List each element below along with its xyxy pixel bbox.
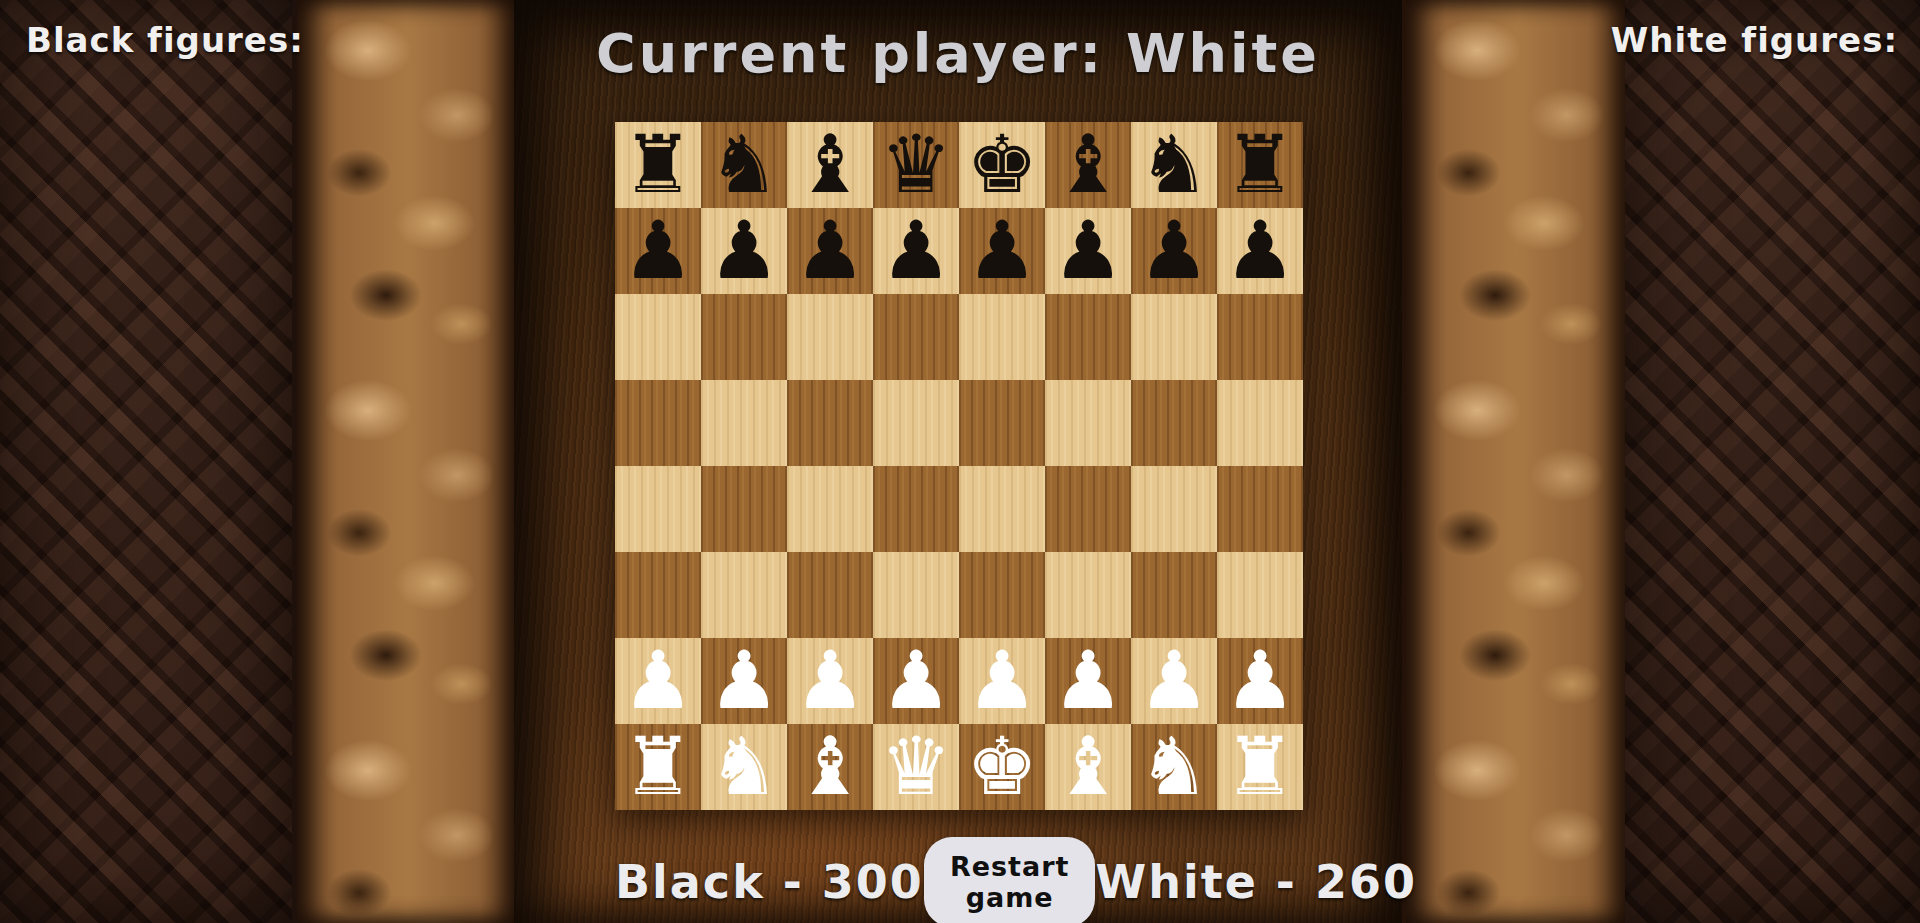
square-h5[interactable] bbox=[1217, 380, 1303, 466]
square-d3[interactable] bbox=[873, 552, 959, 638]
black-rook[interactable]: ♜ bbox=[1217, 122, 1303, 208]
white-bishop[interactable]: ♝ bbox=[787, 724, 873, 810]
square-a7[interactable]: ♟ bbox=[615, 208, 701, 294]
black-queen[interactable]: ♛ bbox=[873, 122, 959, 208]
white-pawn[interactable]: ♟ bbox=[701, 638, 787, 724]
square-f2[interactable]: ♟ bbox=[1045, 638, 1131, 724]
black-pawn[interactable]: ♟ bbox=[1217, 208, 1303, 294]
square-e7[interactable]: ♟ bbox=[959, 208, 1045, 294]
square-e5[interactable] bbox=[959, 380, 1045, 466]
square-h3[interactable] bbox=[1217, 552, 1303, 638]
black-bishop[interactable]: ♝ bbox=[787, 122, 873, 208]
square-a4[interactable] bbox=[615, 466, 701, 552]
left-ornament-panel bbox=[0, 0, 292, 923]
square-g8[interactable]: ♞ bbox=[1131, 122, 1217, 208]
square-b2[interactable]: ♟ bbox=[701, 638, 787, 724]
white-figures-label: White figures: bbox=[1611, 20, 1898, 60]
black-score: Black - 300 bbox=[615, 855, 924, 909]
square-g4[interactable] bbox=[1131, 466, 1217, 552]
square-d7[interactable]: ♟ bbox=[873, 208, 959, 294]
square-b6[interactable] bbox=[701, 294, 787, 380]
square-h8[interactable]: ♜ bbox=[1217, 122, 1303, 208]
white-queen[interactable]: ♛ bbox=[873, 724, 959, 810]
white-rook[interactable]: ♜ bbox=[615, 724, 701, 810]
square-a5[interactable] bbox=[615, 380, 701, 466]
white-pawn[interactable]: ♟ bbox=[959, 638, 1045, 724]
square-a2[interactable]: ♟ bbox=[615, 638, 701, 724]
square-c2[interactable]: ♟ bbox=[787, 638, 873, 724]
black-knight[interactable]: ♞ bbox=[1131, 122, 1217, 208]
square-c6[interactable] bbox=[787, 294, 873, 380]
square-c1[interactable]: ♝ bbox=[787, 724, 873, 810]
black-knight[interactable]: ♞ bbox=[701, 122, 787, 208]
black-pawn[interactable]: ♟ bbox=[701, 208, 787, 294]
square-h1[interactable]: ♜ bbox=[1217, 724, 1303, 810]
square-g5[interactable] bbox=[1131, 380, 1217, 466]
square-b8[interactable]: ♞ bbox=[701, 122, 787, 208]
square-f3[interactable] bbox=[1045, 552, 1131, 638]
square-e6[interactable] bbox=[959, 294, 1045, 380]
black-pawn[interactable]: ♟ bbox=[1131, 208, 1217, 294]
square-c4[interactable] bbox=[787, 466, 873, 552]
square-h6[interactable] bbox=[1217, 294, 1303, 380]
square-h7[interactable]: ♟ bbox=[1217, 208, 1303, 294]
left-carved-column bbox=[292, 0, 523, 923]
square-e4[interactable] bbox=[959, 466, 1045, 552]
restart-game-button[interactable]: Restart game bbox=[924, 837, 1096, 923]
black-bishop[interactable]: ♝ bbox=[1045, 122, 1131, 208]
square-g6[interactable] bbox=[1131, 294, 1217, 380]
white-pawn[interactable]: ♟ bbox=[787, 638, 873, 724]
square-f7[interactable]: ♟ bbox=[1045, 208, 1131, 294]
white-pawn[interactable]: ♟ bbox=[1131, 638, 1217, 724]
square-g2[interactable]: ♟ bbox=[1131, 638, 1217, 724]
white-score: White - 260 bbox=[1095, 855, 1417, 909]
white-pawn[interactable]: ♟ bbox=[1045, 638, 1131, 724]
square-e3[interactable] bbox=[959, 552, 1045, 638]
square-d2[interactable]: ♟ bbox=[873, 638, 959, 724]
square-e1[interactable]: ♚ bbox=[959, 724, 1045, 810]
white-pawn[interactable]: ♟ bbox=[873, 638, 959, 724]
black-pawn[interactable]: ♟ bbox=[959, 208, 1045, 294]
white-knight[interactable]: ♞ bbox=[701, 724, 787, 810]
square-c5[interactable] bbox=[787, 380, 873, 466]
square-a1[interactable]: ♜ bbox=[615, 724, 701, 810]
square-h4[interactable] bbox=[1217, 466, 1303, 552]
square-c8[interactable]: ♝ bbox=[787, 122, 873, 208]
footer-bar: Black - 300 Restart game White - 260 bbox=[615, 846, 1303, 918]
square-a3[interactable] bbox=[615, 552, 701, 638]
white-knight[interactable]: ♞ bbox=[1131, 724, 1217, 810]
square-g3[interactable] bbox=[1131, 552, 1217, 638]
square-b7[interactable]: ♟ bbox=[701, 208, 787, 294]
square-d1[interactable]: ♛ bbox=[873, 724, 959, 810]
black-pawn[interactable]: ♟ bbox=[787, 208, 873, 294]
square-c3[interactable] bbox=[787, 552, 873, 638]
square-f4[interactable] bbox=[1045, 466, 1131, 552]
square-g7[interactable]: ♟ bbox=[1131, 208, 1217, 294]
white-rook[interactable]: ♜ bbox=[1217, 724, 1303, 810]
black-pawn[interactable]: ♟ bbox=[873, 208, 959, 294]
white-king[interactable]: ♚ bbox=[959, 724, 1045, 810]
square-d4[interactable] bbox=[873, 466, 959, 552]
square-b3[interactable] bbox=[701, 552, 787, 638]
square-b5[interactable] bbox=[701, 380, 787, 466]
square-d8[interactable]: ♛ bbox=[873, 122, 959, 208]
black-king[interactable]: ♚ bbox=[959, 122, 1045, 208]
white-pawn[interactable]: ♟ bbox=[1217, 638, 1303, 724]
square-c7[interactable]: ♟ bbox=[787, 208, 873, 294]
square-a6[interactable] bbox=[615, 294, 701, 380]
square-b4[interactable] bbox=[701, 466, 787, 552]
square-e2[interactable]: ♟ bbox=[959, 638, 1045, 724]
square-f8[interactable]: ♝ bbox=[1045, 122, 1131, 208]
square-g1[interactable]: ♞ bbox=[1131, 724, 1217, 810]
right-ornament-panel bbox=[1625, 0, 1920, 923]
right-carved-column bbox=[1402, 0, 1634, 923]
white-bishop[interactable]: ♝ bbox=[1045, 724, 1131, 810]
square-d5[interactable] bbox=[873, 380, 959, 466]
black-pawn[interactable]: ♟ bbox=[1045, 208, 1131, 294]
square-d6[interactable] bbox=[873, 294, 959, 380]
current-player-title: Current player: White bbox=[514, 22, 1402, 85]
square-h2[interactable]: ♟ bbox=[1217, 638, 1303, 724]
white-pawn[interactable]: ♟ bbox=[615, 638, 701, 724]
chess-board: ♜♞♝♛♚♝♞♜♟♟♟♟♟♟♟♟♟♟♟♟♟♟♟♟♜♞♝♛♚♝♞♜ bbox=[615, 122, 1303, 810]
square-f6[interactable] bbox=[1045, 294, 1131, 380]
black-pawn[interactable]: ♟ bbox=[615, 208, 701, 294]
square-e8[interactable]: ♚ bbox=[959, 122, 1045, 208]
square-f5[interactable] bbox=[1045, 380, 1131, 466]
square-a8[interactable]: ♜ bbox=[615, 122, 701, 208]
black-rook[interactable]: ♜ bbox=[615, 122, 701, 208]
black-figures-label: Black figures: bbox=[26, 20, 304, 60]
square-f1[interactable]: ♝ bbox=[1045, 724, 1131, 810]
square-b1[interactable]: ♞ bbox=[701, 724, 787, 810]
